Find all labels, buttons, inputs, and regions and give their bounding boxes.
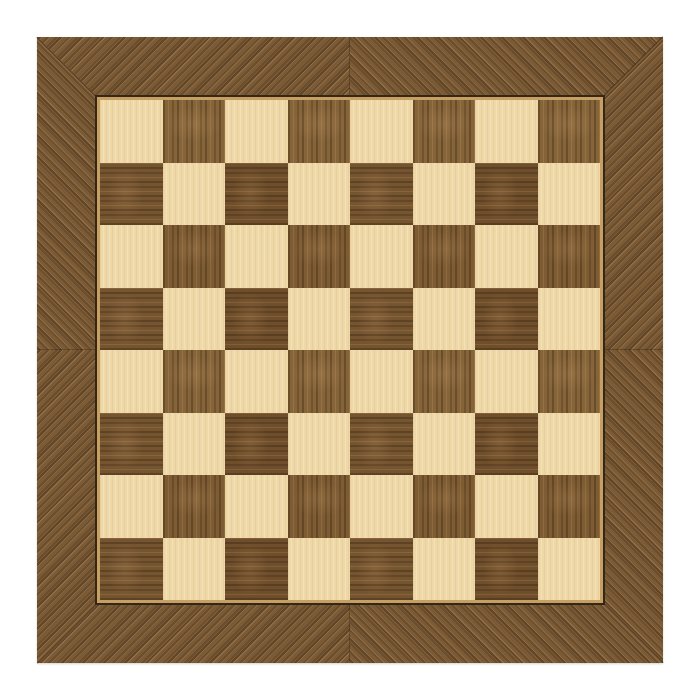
square-f6[interactable]	[413, 225, 476, 288]
chess-board	[37, 37, 663, 663]
square-g1[interactable]	[475, 538, 538, 601]
square-a3[interactable]	[100, 413, 163, 476]
square-f2[interactable]	[413, 475, 476, 538]
square-h3[interactable]	[538, 413, 601, 476]
square-c6[interactable]	[225, 225, 288, 288]
square-e2[interactable]	[350, 475, 413, 538]
square-g7[interactable]	[475, 163, 538, 226]
square-c8[interactable]	[225, 100, 288, 163]
square-c4[interactable]	[225, 350, 288, 413]
square-d8[interactable]	[288, 100, 351, 163]
square-a7[interactable]	[100, 163, 163, 226]
square-h5[interactable]	[538, 288, 601, 351]
square-d1[interactable]	[288, 538, 351, 601]
square-d6[interactable]	[288, 225, 351, 288]
square-a1[interactable]	[100, 538, 163, 601]
square-e6[interactable]	[350, 225, 413, 288]
square-b6[interactable]	[163, 225, 226, 288]
square-b7[interactable]	[163, 163, 226, 226]
square-e5[interactable]	[350, 288, 413, 351]
square-a2[interactable]	[100, 475, 163, 538]
square-b4[interactable]	[163, 350, 226, 413]
square-f5[interactable]	[413, 288, 476, 351]
square-d4[interactable]	[288, 350, 351, 413]
joint-seam-top	[349, 37, 350, 100]
square-b3[interactable]	[163, 413, 226, 476]
square-e3[interactable]	[350, 413, 413, 476]
square-f8[interactable]	[413, 100, 476, 163]
square-f1[interactable]	[413, 538, 476, 601]
square-c3[interactable]	[225, 413, 288, 476]
square-e7[interactable]	[350, 163, 413, 226]
square-e4[interactable]	[350, 350, 413, 413]
square-g8[interactable]	[475, 100, 538, 163]
square-e1[interactable]	[350, 538, 413, 601]
square-d3[interactable]	[288, 413, 351, 476]
square-f4[interactable]	[413, 350, 476, 413]
square-f3[interactable]	[413, 413, 476, 476]
square-e8[interactable]	[350, 100, 413, 163]
joint-seam-left	[37, 349, 100, 350]
square-g3[interactable]	[475, 413, 538, 476]
square-g4[interactable]	[475, 350, 538, 413]
board-inlay-frame	[95, 95, 605, 605]
square-d2[interactable]	[288, 475, 351, 538]
squares-grid	[100, 100, 600, 600]
square-g6[interactable]	[475, 225, 538, 288]
square-b5[interactable]	[163, 288, 226, 351]
square-c5[interactable]	[225, 288, 288, 351]
square-g2[interactable]	[475, 475, 538, 538]
square-a8[interactable]	[100, 100, 163, 163]
square-h6[interactable]	[538, 225, 601, 288]
square-g5[interactable]	[475, 288, 538, 351]
square-c1[interactable]	[225, 538, 288, 601]
square-d7[interactable]	[288, 163, 351, 226]
square-f7[interactable]	[413, 163, 476, 226]
square-d5[interactable]	[288, 288, 351, 351]
square-a4[interactable]	[100, 350, 163, 413]
square-c7[interactable]	[225, 163, 288, 226]
square-b8[interactable]	[163, 100, 226, 163]
square-a5[interactable]	[100, 288, 163, 351]
square-h7[interactable]	[538, 163, 601, 226]
square-b2[interactable]	[163, 475, 226, 538]
square-a6[interactable]	[100, 225, 163, 288]
square-b1[interactable]	[163, 538, 226, 601]
square-h8[interactable]	[538, 100, 601, 163]
square-h1[interactable]	[538, 538, 601, 601]
square-h4[interactable]	[538, 350, 601, 413]
board-photo	[0, 0, 700, 700]
joint-seam-right	[600, 349, 663, 350]
square-h2[interactable]	[538, 475, 601, 538]
joint-seam-bottom	[349, 600, 350, 663]
square-c2[interactable]	[225, 475, 288, 538]
